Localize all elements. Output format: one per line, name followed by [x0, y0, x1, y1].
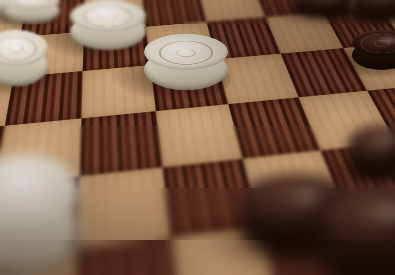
piece-top: ⛀: [0, 154, 80, 231]
piece-top: ⛂: [352, 30, 395, 56]
piece-top: ⛂: [348, 126, 395, 162]
white-draughts-man-glyph: ⛀: [0, 30, 48, 66]
black-checker-g5: ⛂: [316, 186, 395, 275]
black-checker-h3: ⛂: [352, 30, 395, 70]
black-draughts-man-glyph: ⛂: [352, 30, 395, 56]
black-checker-h1: ⛂: [352, 0, 395, 22]
black-draughts-man-glyph: ⛂: [348, 126, 395, 162]
piece-top: ⛂: [316, 186, 395, 250]
white-draughts-man-glyph: ⛀: [144, 34, 228, 70]
white-checker-b1: ⛀: [4, 0, 60, 23]
black-draughts-man-glyph: ⛂: [352, 0, 395, 10]
white-checker-c2: ⛀: [70, 0, 146, 50]
piece-top: ⛂: [352, 0, 395, 10]
black-checker-h4: ⛂: [348, 126, 395, 182]
white-checker-d3: ⛀: [144, 34, 228, 90]
white-checker-a5: ⛀: [0, 154, 80, 274]
white-draughts-man-glyph: ⛀: [4, 0, 60, 11]
piece-top: ⛀: [0, 30, 48, 66]
piece-top: ⛀: [144, 34, 228, 70]
piece-top: ⛀: [4, 0, 60, 11]
pieces-layer: ⛀⛀⛀⛀⛀⛀⛂⛂⛂⛂⛂⛂: [0, 0, 395, 275]
piece-top: ⛀: [70, 0, 146, 32]
white-draughts-man-glyph: ⛀: [70, 0, 146, 32]
white-draughts-man-glyph: ⛀: [0, 154, 80, 231]
white-checker-a3: ⛀: [0, 30, 48, 86]
black-draughts-man-glyph: ⛂: [316, 186, 395, 250]
checkers-photo: ⛀⛀⛀⛀⛀⛀⛂⛂⛂⛂⛂⛂: [0, 0, 395, 275]
